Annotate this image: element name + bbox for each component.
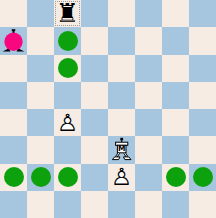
white-pawn-outline: ♙ — [54, 109, 81, 136]
square-c8[interactable]: ♜ — [54, 0, 81, 27]
square-b2[interactable] — [27, 164, 54, 191]
square-g4[interactable] — [162, 109, 189, 136]
square-c1[interactable] — [54, 191, 81, 218]
square-e4[interactable] — [108, 109, 135, 136]
square-h4[interactable] — [189, 109, 216, 136]
square-g7[interactable] — [162, 27, 189, 54]
white-m-piece[interactable]: M — [108, 136, 135, 163]
square-f7[interactable] — [135, 27, 162, 54]
square-f3[interactable] — [135, 136, 162, 163]
legal-move-dot[interactable] — [58, 167, 78, 187]
square-a3[interactable] — [0, 136, 27, 163]
square-f6[interactable] — [135, 55, 162, 82]
square-d6[interactable] — [81, 55, 108, 82]
square-d3[interactable] — [81, 136, 108, 163]
square-b4[interactable] — [27, 109, 54, 136]
square-d2[interactable] — [81, 164, 108, 191]
legal-move-dot[interactable] — [193, 167, 213, 187]
square-g3[interactable] — [162, 136, 189, 163]
legal-move-dot[interactable] — [58, 58, 78, 78]
white-pawn-piece[interactable]: ♟♙ — [108, 164, 135, 191]
square-d8[interactable] — [81, 0, 108, 27]
black-rook-piece[interactable]: ♜ — [56, 0, 79, 26]
pink-blob-piece[interactable] — [0, 27, 27, 54]
square-e1[interactable] — [108, 191, 135, 218]
legal-move-dot[interactable] — [4, 167, 24, 187]
square-c6[interactable] — [54, 55, 81, 82]
square-f2[interactable] — [135, 164, 162, 191]
square-d4[interactable] — [81, 109, 108, 136]
square-g5[interactable] — [162, 82, 189, 109]
square-h8[interactable] — [189, 0, 216, 27]
square-a6[interactable] — [0, 55, 27, 82]
board: ♜♟♙M♟♙ — [0, 0, 216, 218]
square-a1[interactable] — [0, 191, 27, 218]
square-h1[interactable] — [189, 191, 216, 218]
square-a4[interactable] — [0, 109, 27, 136]
square-b7[interactable] — [27, 27, 54, 54]
square-h5[interactable] — [189, 82, 216, 109]
square-c4[interactable]: ♟♙ — [54, 109, 81, 136]
square-c3[interactable] — [54, 136, 81, 163]
square-b3[interactable] — [27, 136, 54, 163]
square-h2[interactable] — [189, 164, 216, 191]
square-b1[interactable] — [27, 191, 54, 218]
square-h6[interactable] — [189, 55, 216, 82]
square-a2[interactable] — [0, 164, 27, 191]
square-e3[interactable]: M — [108, 136, 135, 163]
legal-move-dot[interactable] — [166, 167, 186, 187]
square-c7[interactable] — [54, 27, 81, 54]
square-f5[interactable] — [135, 82, 162, 109]
square-e2[interactable]: ♟♙ — [108, 164, 135, 191]
svg-text:M: M — [118, 145, 125, 154]
white-pawn-piece[interactable]: ♟♙ — [54, 109, 81, 136]
square-g8[interactable] — [162, 0, 189, 27]
square-f8[interactable] — [135, 0, 162, 27]
square-f1[interactable] — [135, 191, 162, 218]
legal-move-dot[interactable] — [31, 167, 51, 187]
square-e5[interactable] — [108, 82, 135, 109]
square-d7[interactable] — [81, 27, 108, 54]
square-b6[interactable] — [27, 55, 54, 82]
square-d1[interactable] — [81, 191, 108, 218]
square-a8[interactable] — [0, 0, 27, 27]
square-c2[interactable] — [54, 164, 81, 191]
square-b8[interactable] — [27, 0, 54, 27]
square-g6[interactable] — [162, 55, 189, 82]
square-c5[interactable] — [54, 82, 81, 109]
square-a7[interactable] — [0, 27, 27, 54]
square-d5[interactable] — [81, 82, 108, 109]
square-e7[interactable] — [108, 27, 135, 54]
square-h3[interactable] — [189, 136, 216, 163]
square-b5[interactable] — [27, 82, 54, 109]
square-g2[interactable] — [162, 164, 189, 191]
square-e8[interactable] — [108, 0, 135, 27]
square-a5[interactable] — [0, 82, 27, 109]
legal-move-dot[interactable] — [58, 31, 78, 51]
square-f4[interactable] — [135, 109, 162, 136]
square-h7[interactable] — [189, 27, 216, 54]
square-e6[interactable] — [108, 55, 135, 82]
white-pawn-outline: ♙ — [108, 164, 135, 191]
square-g1[interactable] — [162, 191, 189, 218]
